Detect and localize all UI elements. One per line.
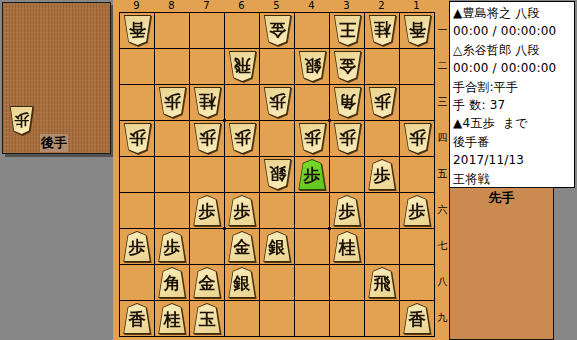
board-square-5八[interactable] [260,265,295,301]
piece-kanji: 歩 [409,129,426,146]
board-square-6二[interactable]: 飛 [225,49,260,85]
piece-kanji: 金 [199,275,216,292]
board-square-5三[interactable]: 歩 [260,85,295,121]
piece-kanji: 歩 [129,239,146,256]
info-line-7: 後手番 [453,133,574,151]
piece-kanji: 桂 [199,93,216,110]
piece-sente-pawn[interactable]: 歩 [368,159,397,190]
info-line-8: 2017/11/13 [453,151,574,169]
board-square-4七[interactable] [295,229,330,265]
board-square-4六[interactable] [295,193,330,229]
board-square-9四[interactable]: 歩 [120,121,155,157]
piece-gote-gold[interactable]: 金 [263,15,292,46]
piece-gote-silver[interactable]: 銀 [298,51,327,82]
piece-sente-king[interactable]: 玉 [193,303,222,334]
board-square-3六[interactable]: 歩 [330,193,365,229]
board-square-1二[interactable] [400,49,435,85]
board-square-7七[interactable] [190,229,225,265]
piece-gote-pawn[interactable]: 歩 [123,123,152,154]
board-square-6四[interactable]: 歩 [225,121,260,157]
piece-kanji: 歩 [234,129,251,146]
board-square-8七[interactable]: 歩 [155,229,190,265]
board-square-4九[interactable] [295,301,330,337]
board-square-5二[interactable] [260,49,295,85]
board-square-4四[interactable]: 歩 [295,121,330,157]
board-square-7六[interactable]: 歩 [190,193,225,229]
piece-kanji: 歩 [129,129,146,146]
piece-kanji: 角 [339,93,356,110]
piece-gote-pawn[interactable]: 歩 [263,87,292,118]
board-square-4三[interactable] [295,85,330,121]
board-square-9六[interactable] [120,193,155,229]
piece-sente-pawn[interactable]: 歩 [228,195,257,226]
board-square-6七[interactable]: 金 [225,229,260,265]
piece-kanji: 香 [409,311,426,328]
board-square-8六[interactable] [155,193,190,229]
board-square-8三[interactable]: 歩 [155,85,190,121]
piece-kanji: 金 [269,21,286,38]
info-line-5: 手 数: 37 [453,96,574,114]
piece-kanji: 銀 [269,239,286,256]
gote-hand-pieces: 歩 [9,106,34,135]
piece-kanji: 香 [129,21,146,38]
board-square-5六[interactable] [260,193,295,229]
piece-sente-pawn[interactable]: 歩 [298,159,327,190]
sente-label: 先手 [450,189,553,207]
board-square-4八[interactable] [295,265,330,301]
star-point [328,227,331,230]
board-square-9二[interactable] [120,49,155,85]
info-line-2: △糸谷哲郎 八段 [453,41,574,59]
piece-sente-knight[interactable]: 桂 [333,231,362,262]
file-label: 3 [329,0,364,12]
board-square-3四[interactable]: 歩 [330,121,365,157]
piece-sente-rook[interactable]: 飛 [368,267,397,298]
piece-kanji: 香 [129,311,146,328]
rank-label: 八 [436,264,449,300]
board-square-3八[interactable] [330,265,365,301]
rank-label: 五 [436,156,449,192]
piece-kanji: 歩 [164,93,181,110]
piece-gote-pawn[interactable]: 歩 [403,123,432,154]
board-square-8九[interactable]: 桂 [155,301,190,337]
board-square-8五[interactable] [155,157,190,193]
piece-kanji: 桂 [164,311,181,328]
piece-kanji: 銀 [304,57,321,74]
gote-label: 後手 [40,134,68,152]
board-square-6三[interactable] [225,85,260,121]
board-square-3三[interactable]: 角 [330,85,365,121]
board-square-7二[interactable] [190,49,225,85]
board-square-2四[interactable] [365,121,400,157]
board-square-2七[interactable] [365,229,400,265]
piece-gote-lance[interactable]: 香 [403,15,432,46]
piece-kanji: 歩 [234,203,251,220]
board-square-9九[interactable]: 香 [120,301,155,337]
board-square-6一[interactable] [225,13,260,49]
piece-kanji: 金 [234,239,251,256]
piece-gote-king[interactable]: 王 [333,15,362,46]
board-square-4一[interactable] [295,13,330,49]
board-square-9一[interactable]: 香 [120,13,155,49]
star-point [223,119,226,122]
board-square-5五[interactable]: 銀 [260,157,295,193]
file-label: 1 [399,0,434,12]
board-square-7四[interactable]: 歩 [190,121,225,157]
board-square-2一[interactable]: 桂 [365,13,400,49]
board-square-8二[interactable] [155,49,190,85]
board-square-2五[interactable]: 歩 [365,157,400,193]
board-square-7一[interactable] [190,13,225,49]
piece-gote-pawn[interactable]: 歩 [228,123,257,154]
piece-sente-silver[interactable]: 銀 [228,267,257,298]
board-square-7五[interactable] [190,157,225,193]
board-square-5七[interactable]: 銀 [260,229,295,265]
file-label: 6 [224,0,259,12]
piece-gote-pawn[interactable]: 歩 [368,87,397,118]
piece-kanji: 歩 [374,167,391,184]
piece-kanji: 銀 [234,275,251,292]
piece-kanji: 歩 [304,129,321,146]
file-label: 8 [154,0,189,12]
board-square-2二[interactable] [365,49,400,85]
piece-sente-lance[interactable]: 香 [123,303,152,334]
board-square-2九[interactable] [365,301,400,337]
shogi-board: 987654321 一二三四五六七八九 香金王桂香飛銀金歩桂歩角歩歩歩歩歩歩歩銀… [113,0,449,340]
board-square-3七[interactable]: 桂 [330,229,365,265]
board-square-9七[interactable]: 歩 [120,229,155,265]
board-square-7三[interactable]: 桂 [190,85,225,121]
piece-gote-pawn[interactable]: 歩 [298,123,327,154]
piece-gote-rook[interactable]: 飛 [228,51,257,82]
board-square-4五[interactable]: 歩 [295,157,330,193]
board-square-1八[interactable] [400,265,435,301]
file-label: 5 [259,0,294,12]
board-square-1七[interactable] [400,229,435,265]
board-square-1三[interactable] [400,85,435,121]
piece-kanji: 飛 [374,275,391,292]
file-label: 7 [189,0,224,12]
rank-labels: 一二三四五六七八九 [436,12,449,336]
star-point [223,227,226,230]
piece-sente-gold[interactable]: 金 [228,231,257,262]
board-square-3五[interactable] [330,157,365,193]
piece-gote-knight[interactable]: 桂 [368,15,397,46]
piece-gote-knight[interactable]: 桂 [193,87,222,118]
piece-gote-pawn[interactable]: 歩 [193,123,222,154]
board-square-6九[interactable] [225,301,260,337]
info-line-4: 手合割:平手 [453,78,574,96]
piece-sente-pawn[interactable]: 歩 [403,195,432,226]
rank-label: 一 [436,12,449,48]
gote-captured-tray: 歩 後手 [2,2,111,154]
board-square-9八[interactable] [120,265,155,301]
piece-gote-pawn[interactable]: 歩 [158,87,187,118]
rank-label: 二 [436,48,449,84]
piece-kanji: 香 [409,21,426,38]
piece-kanji: 歩 [164,239,181,256]
piece-kanji: 歩 [304,167,321,184]
info-line-0: ▲豊島将之 八段 [453,4,574,22]
board-square-3一[interactable]: 王 [330,13,365,49]
board-square-7八[interactable]: 金 [190,265,225,301]
piece-sente-pawn[interactable]: 歩 [193,195,222,226]
piece-kanji: 金 [339,57,356,74]
piece-kanji: 歩 [339,203,356,220]
info-line-9: 王将戦 [453,170,574,188]
board-square-5一[interactable]: 金 [260,13,295,49]
board-square-1九[interactable]: 香 [400,301,435,337]
piece-sente-gold[interactable]: 金 [193,267,222,298]
info-line-6: ▲4五歩 まで [453,114,574,132]
board-square-6五[interactable] [225,157,260,193]
piece-sente-silver[interactable]: 銀 [263,231,292,262]
board-square-9三[interactable] [120,85,155,121]
star-point [328,119,331,122]
file-label: 2 [364,0,399,12]
piece-gote-pawn[interactable]: 歩 [333,123,362,154]
piece-kanji: 飛 [234,57,251,74]
board-square-8一[interactable] [155,13,190,49]
rank-label: 三 [436,84,449,120]
board-square-1一[interactable]: 香 [400,13,435,49]
piece-kanji: 桂 [374,21,391,38]
file-label: 4 [294,0,329,12]
rank-label: 七 [436,228,449,264]
board-square-9五[interactable] [120,157,155,193]
info-line-3: 00:00 / 00:00:00 [453,59,574,77]
board-square-1四[interactable]: 歩 [400,121,435,157]
piece-gote-lance[interactable]: 香 [123,15,152,46]
piece-gote-bishop[interactable]: 角 [333,87,362,118]
board-square-4二[interactable]: 銀 [295,49,330,85]
rank-label: 六 [436,192,449,228]
piece-kanji: 歩 [374,93,391,110]
piece-sente-lance[interactable]: 香 [403,303,432,334]
game-info-panel: ▲豊島将之 八段00:00 / 00:00:00△糸谷哲郎 八段00:00 / … [449,1,575,188]
piece-kanji: 歩 [339,129,356,146]
piece-kanji: 銀 [269,165,286,182]
piece-kanji: 歩 [409,203,426,220]
rank-label: 九 [436,300,449,336]
piece-sente-pawn[interactable]: 歩 [158,231,187,262]
piece-sente-knight[interactable]: 桂 [158,303,187,334]
board-square-7九[interactable]: 玉 [190,301,225,337]
board-square-2六[interactable] [365,193,400,229]
rank-label: 四 [436,120,449,156]
board-square-3九[interactable] [330,301,365,337]
piece-kanji: 角 [164,275,181,292]
piece-kanji: 王 [339,21,356,38]
piece-gote-pawn[interactable]: 歩 [9,106,34,135]
piece-gote-silver[interactable]: 銀 [263,159,292,190]
sente-captured-tray: 先手 [449,187,554,340]
piece-kanji: 桂 [339,239,356,256]
board-grid: 香金王桂香飛銀金歩桂歩角歩歩歩歩歩歩歩銀歩歩歩歩歩歩歩歩金銀桂角金銀飛香桂玉香 [119,12,435,337]
piece-kanji: 歩 [199,129,216,146]
board-square-5九[interactable] [260,301,295,337]
board-square-6六[interactable]: 歩 [225,193,260,229]
board-square-6八[interactable]: 銀 [225,265,260,301]
board-square-3二[interactable]: 金 [330,49,365,85]
piece-sente-pawn[interactable]: 歩 [123,231,152,262]
board-square-8四[interactable] [155,121,190,157]
file-labels: 987654321 [119,0,434,12]
info-line-1: 00:00 / 00:00:00 [453,22,574,40]
piece-sente-pawn[interactable]: 歩 [333,195,362,226]
board-square-1五[interactable] [400,157,435,193]
piece-kanji: 歩 [199,203,216,220]
piece-kanji: 歩 [269,93,286,110]
piece-sente-bishop[interactable]: 角 [158,267,187,298]
piece-kanji: 玉 [199,311,216,328]
file-label: 9 [119,0,154,12]
board-square-2八[interactable]: 飛 [365,265,400,301]
piece-kanji: 歩 [14,112,29,127]
board-square-1六[interactable]: 歩 [400,193,435,229]
board-square-5四[interactable] [260,121,295,157]
board-square-8八[interactable]: 角 [155,265,190,301]
piece-gote-gold[interactable]: 金 [333,51,362,82]
board-square-2三[interactable]: 歩 [365,85,400,121]
